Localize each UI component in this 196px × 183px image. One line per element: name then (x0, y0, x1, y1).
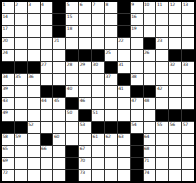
block-cell-r8c4 (41, 86, 53, 97)
clue-number-57: 57 (183, 122, 188, 127)
cell-r13c10[interactable] (118, 146, 130, 157)
block-cell-r3c10 (118, 26, 130, 37)
cell-r3c11[interactable]: 19 (131, 26, 143, 37)
cell-r3c6[interactable]: 18 (66, 26, 78, 37)
block-cell-r7c10 (118, 74, 130, 85)
block-cell-r15c11 (131, 170, 143, 181)
block-cell-r12c11 (131, 134, 143, 145)
cell-r1c1[interactable]: 1 (2, 2, 14, 13)
crossword-grid: 1234567891011121314151617181920212223242… (0, 0, 196, 183)
block-cell-r10c15 (182, 110, 194, 121)
cell-r10c12[interactable] (144, 110, 156, 121)
clue-number-14: 14 (3, 14, 8, 19)
clue-number-56: 56 (170, 122, 175, 127)
block-cell-r6c2 (15, 62, 27, 73)
cell-r8c15[interactable] (182, 86, 194, 97)
clue-number-40: 40 (67, 86, 72, 91)
clue-number-19: 19 (131, 26, 136, 31)
clue-number-29: 29 (80, 62, 85, 67)
cell-r5c12[interactable]: 26 (144, 50, 156, 61)
clue-number-60: 60 (54, 134, 59, 139)
cell-r14c15[interactable] (182, 158, 194, 169)
block-cell-r10c13 (156, 110, 168, 121)
block-cell-r11c1 (2, 122, 14, 133)
cell-r11c15[interactable]: 57 (182, 122, 194, 133)
cell-r8c2[interactable] (15, 86, 27, 97)
cell-r8c8[interactable] (92, 86, 104, 97)
block-cell-r13c6 (66, 146, 78, 157)
block-cell-r6c1 (2, 62, 14, 73)
cell-r2c8[interactable] (92, 14, 104, 25)
block-cell-r15c6 (66, 170, 78, 181)
cell-r15c10[interactable] (118, 170, 130, 181)
cell-r2c1[interactable]: 14 (2, 14, 14, 25)
block-cell-r11c2 (15, 122, 27, 133)
clue-number-45: 45 (54, 98, 59, 103)
cell-r9c14[interactable] (169, 98, 181, 109)
cell-r6c15[interactable]: 33 (182, 62, 194, 73)
cell-r10c6[interactable]: 50 (66, 110, 78, 121)
clue-number-37: 37 (105, 74, 110, 79)
cell-r13c5[interactable] (53, 146, 65, 157)
clue-number-55: 55 (157, 122, 162, 127)
cell-r7c8[interactable] (92, 74, 104, 85)
cell-r13c8[interactable] (92, 146, 104, 157)
cell-r4c13[interactable]: 23 (156, 38, 168, 49)
cell-r9c13[interactable] (156, 98, 168, 109)
cell-r1c11[interactable]: 9 (131, 2, 143, 13)
cell-r2c13[interactable] (156, 14, 168, 25)
cell-r12c5[interactable]: 60 (53, 134, 65, 145)
block-cell-r2c10 (118, 14, 130, 25)
clue-number-74: 74 (144, 170, 149, 175)
block-cell-r5c8 (92, 50, 104, 61)
block-cell-r8c5 (53, 86, 65, 97)
block-cell-r5c6 (66, 50, 78, 61)
cell-r10c4[interactable] (41, 110, 53, 121)
cell-r6c10[interactable]: 31 (118, 62, 130, 73)
clue-number-50: 50 (67, 110, 72, 115)
cell-r15c12[interactable]: 74 (144, 170, 156, 181)
cell-r15c2[interactable] (15, 170, 27, 181)
cell-r9c11[interactable]: 47 (131, 98, 143, 109)
cell-r1c8[interactable]: 7 (92, 2, 104, 13)
clue-number-65: 65 (3, 146, 8, 151)
clue-number-30: 30 (93, 62, 98, 67)
clue-number-36: 36 (28, 74, 33, 79)
cell-r3c14[interactable] (169, 26, 181, 37)
clue-number-18: 18 (67, 26, 72, 31)
cell-r12c7[interactable] (79, 134, 91, 145)
cell-r8c6[interactable]: 40 (66, 86, 78, 97)
clue-number-46: 46 (80, 98, 85, 103)
clue-number-47: 47 (131, 98, 136, 103)
clue-number-73: 73 (80, 170, 85, 175)
clue-number-11: 11 (157, 2, 162, 7)
cell-r3c2[interactable] (15, 26, 27, 37)
cell-r9c9[interactable] (105, 98, 117, 109)
cell-r14c7[interactable]: 70 (79, 158, 91, 169)
cell-r6c12[interactable] (144, 62, 156, 73)
block-cell-r5c15 (182, 50, 194, 61)
clue-number-26: 26 (144, 50, 149, 55)
cell-r1c9[interactable]: 8 (105, 2, 117, 13)
clue-number-48: 48 (144, 98, 149, 103)
cell-r12c2[interactable]: 59 (15, 134, 27, 145)
cell-r8c13[interactable]: 42 (156, 86, 168, 97)
cell-r1c12[interactable]: 10 (144, 2, 156, 13)
cell-r11c14[interactable]: 56 (169, 122, 181, 133)
cell-r12c13[interactable] (156, 134, 168, 145)
clue-number-38: 38 (131, 74, 136, 79)
cell-r12c3[interactable] (28, 134, 40, 145)
cell-r1c13[interactable]: 11 (156, 2, 168, 13)
cell-r4c14[interactable] (169, 38, 181, 49)
cell-r4c1[interactable]: 20 (2, 38, 14, 49)
clue-number-10: 10 (144, 2, 149, 7)
cell-r13c12[interactable]: 68 (144, 146, 156, 157)
cell-r8c14[interactable] (169, 86, 181, 97)
cell-r4c8[interactable] (92, 38, 104, 49)
cell-r7c14[interactable] (169, 74, 181, 85)
clue-number-9: 9 (131, 2, 134, 7)
cell-r11c5[interactable] (53, 122, 65, 133)
clue-number-49: 49 (3, 110, 8, 115)
cell-r14c9[interactable] (105, 158, 117, 169)
cell-r12c8[interactable]: 61 (92, 134, 104, 145)
cell-r5c2[interactable] (15, 50, 27, 61)
block-cell-r9c6 (66, 98, 78, 109)
cell-r7c5[interactable] (53, 74, 65, 85)
cell-r2c9[interactable] (105, 14, 117, 25)
clue-number-32: 32 (170, 62, 175, 67)
cell-r14c10[interactable] (118, 158, 130, 169)
clue-number-53: 53 (80, 122, 85, 127)
cell-r8c1[interactable]: 39 (2, 86, 14, 97)
cell-r15c8[interactable] (92, 170, 104, 181)
cell-r3c1[interactable]: 17 (2, 26, 14, 37)
cell-r6c4[interactable]: 27 (41, 62, 53, 73)
cell-r10c2[interactable] (15, 110, 27, 121)
cell-r6c7[interactable]: 29 (79, 62, 91, 73)
clue-number-66: 66 (41, 146, 46, 151)
block-cell-r11c10 (118, 122, 130, 133)
clue-number-20: 20 (3, 38, 8, 43)
cell-r2c3[interactable] (28, 14, 40, 25)
cell-r13c14[interactable] (169, 146, 181, 157)
cell-r9c7[interactable]: 46 (79, 98, 91, 109)
cell-r14c8[interactable] (92, 158, 104, 169)
clue-number-63: 63 (118, 134, 123, 139)
cell-r13c13[interactable] (156, 146, 168, 157)
cell-r9c15[interactable] (182, 98, 194, 109)
cell-r14c14[interactable] (169, 158, 181, 169)
cell-r13c9[interactable] (105, 146, 117, 157)
clue-number-62: 62 (105, 134, 110, 139)
block-cell-r3c5 (53, 26, 65, 37)
cell-r15c9[interactable] (105, 170, 117, 181)
cell-r5c11[interactable] (131, 50, 143, 61)
cell-r4c3[interactable] (28, 38, 40, 49)
cell-r6c8[interactable]: 30 (92, 62, 104, 73)
cell-r9c4[interactable]: 44 (41, 98, 53, 109)
cell-r14c13[interactable] (156, 158, 168, 169)
clue-number-69: 69 (3, 158, 8, 163)
cell-r9c1[interactable]: 43 (2, 98, 14, 109)
block-cell-r8c11 (131, 86, 143, 97)
cell-r9c10[interactable] (118, 98, 130, 109)
cell-r1c7[interactable]: 6 (79, 2, 91, 13)
cell-r12c10[interactable]: 63 (118, 134, 130, 145)
cell-r15c1[interactable]: 72 (2, 170, 14, 181)
cell-r8c10[interactable]: 41 (118, 86, 130, 97)
cell-r1c15[interactable]: 13 (182, 2, 194, 13)
block-cell-r1c5 (53, 2, 65, 13)
cell-r8c9[interactable] (105, 86, 117, 97)
clue-number-59: 59 (15, 134, 20, 139)
cell-r10c3[interactable] (28, 110, 40, 121)
clue-number-28: 28 (67, 62, 72, 67)
clue-number-24: 24 (3, 50, 8, 55)
cell-r2c14[interactable] (169, 14, 181, 25)
cell-r3c7[interactable] (79, 26, 91, 37)
cell-r11c4[interactable] (41, 122, 53, 133)
block-cell-r13c11 (131, 146, 143, 157)
cell-r2c4[interactable] (41, 14, 53, 25)
cell-r15c7[interactable]: 73 (79, 170, 91, 181)
cell-r6c13[interactable] (156, 62, 168, 73)
cell-r4c2[interactable] (15, 38, 27, 49)
block-cell-r11c9 (105, 122, 117, 133)
cell-r12c1[interactable]: 58 (2, 134, 14, 145)
clue-number-22: 22 (118, 38, 123, 43)
cell-r15c13[interactable] (156, 170, 168, 181)
cell-r11c12[interactable] (144, 122, 156, 133)
cell-r5c9[interactable]: 25 (105, 50, 117, 61)
cell-r11c7[interactable]: 53 (79, 122, 91, 133)
cell-r10c1[interactable]: 49 (2, 110, 14, 121)
cell-r2c12[interactable] (144, 14, 156, 25)
cell-r1c3[interactable]: 3 (28, 2, 40, 13)
cell-r4c15[interactable] (182, 38, 194, 49)
clue-number-41: 41 (118, 86, 123, 91)
cell-r3c3[interactable] (28, 26, 40, 37)
clue-number-27: 27 (41, 62, 46, 67)
cell-r12c14[interactable] (169, 134, 181, 145)
cell-r6c6[interactable]: 28 (66, 62, 78, 73)
block-cell-r11c8 (92, 122, 104, 133)
clue-number-12: 12 (170, 2, 175, 7)
cell-r15c15[interactable] (182, 170, 194, 181)
cell-r13c7[interactable]: 67 (79, 146, 91, 157)
clue-number-21: 21 (54, 38, 59, 43)
cell-r10c9[interactable] (105, 110, 117, 121)
clue-number-61: 61 (93, 134, 98, 139)
cell-r13c3[interactable] (28, 146, 40, 157)
clue-number-33: 33 (183, 62, 188, 67)
clue-number-25: 25 (105, 50, 110, 55)
clue-number-44: 44 (41, 98, 46, 103)
cell-r4c6[interactable] (66, 38, 78, 49)
cell-r7c7[interactable] (79, 74, 91, 85)
cell-r3c4[interactable] (41, 26, 53, 37)
clue-number-58: 58 (3, 134, 8, 139)
clue-number-35: 35 (15, 74, 20, 79)
cell-r11c13[interactable]: 55 (156, 122, 168, 133)
cell-r9c3[interactable] (28, 98, 40, 109)
cell-r15c3[interactable] (28, 170, 40, 181)
block-cell-r6c3 (28, 62, 40, 73)
cell-r9c12[interactable]: 48 (144, 98, 156, 109)
clue-number-4: 4 (41, 2, 44, 7)
clue-number-43: 43 (3, 98, 8, 103)
cell-r7c9[interactable]: 37 (105, 74, 117, 85)
clue-number-15: 15 (67, 14, 72, 19)
clue-number-72: 72 (3, 170, 8, 175)
cell-r6c14[interactable]: 32 (169, 62, 181, 73)
clue-number-54: 54 (131, 122, 136, 127)
clue-number-17: 17 (3, 26, 8, 31)
block-cell-r14c6 (66, 158, 78, 169)
block-cell-r10c14 (169, 110, 181, 121)
cell-r6c11[interactable] (131, 62, 143, 73)
cell-r1c14[interactable]: 12 (169, 2, 181, 13)
clue-number-2: 2 (15, 2, 18, 7)
cell-r5c1[interactable]: 24 (2, 50, 14, 61)
cell-r3c8[interactable] (92, 26, 104, 37)
cell-r10c11[interactable] (131, 110, 143, 121)
cell-r14c5[interactable] (53, 158, 65, 169)
cell-r4c11[interactable] (131, 38, 143, 49)
cell-r2c15[interactable] (182, 14, 194, 25)
block-cell-r8c12 (144, 86, 156, 97)
clue-number-7: 7 (93, 2, 96, 7)
cell-r5c4[interactable] (41, 50, 53, 61)
cell-r12c6[interactable] (66, 134, 78, 145)
block-cell-r5c7 (79, 50, 91, 61)
cell-r2c6[interactable]: 15 (66, 14, 78, 25)
block-cell-r6c9 (105, 62, 117, 73)
cell-r14c2[interactable] (15, 158, 27, 169)
cell-r11c3[interactable]: 52 (28, 122, 40, 133)
cell-r9c8[interactable] (92, 98, 104, 109)
cell-r8c7[interactable] (79, 86, 91, 97)
cell-r15c4[interactable] (41, 170, 53, 181)
cell-r3c12[interactable] (144, 26, 156, 37)
clue-number-3: 3 (28, 2, 31, 7)
cell-r7c11[interactable]: 38 (131, 74, 143, 85)
cell-r15c5[interactable] (53, 170, 65, 181)
cell-r13c15[interactable] (182, 146, 194, 157)
cell-r5c5[interactable] (53, 50, 65, 61)
cell-r14c4[interactable] (41, 158, 53, 169)
cell-r2c2[interactable] (15, 14, 27, 25)
clue-number-1: 1 (3, 2, 6, 7)
cell-r15c14[interactable] (169, 170, 181, 181)
cell-r9c2[interactable] (15, 98, 27, 109)
clue-number-23: 23 (157, 38, 162, 43)
clue-number-70: 70 (80, 158, 85, 163)
cell-r11c6[interactable] (66, 122, 78, 133)
cell-r5c13[interactable] (156, 50, 168, 61)
cell-r7c15[interactable] (182, 74, 194, 85)
cell-r13c4[interactable]: 66 (41, 146, 53, 157)
clue-number-5: 5 (67, 2, 70, 7)
cell-r10c10[interactable] (118, 110, 130, 121)
cell-r12c12[interactable]: 64 (144, 134, 156, 145)
clue-number-68: 68 (144, 146, 149, 151)
cell-r10c8[interactable]: 51 (92, 110, 104, 121)
cell-r4c10[interactable]: 22 (118, 38, 130, 49)
block-cell-r10c7 (79, 110, 91, 121)
cell-r7c2[interactable]: 35 (15, 74, 27, 85)
cell-r2c11[interactable]: 16 (131, 14, 143, 25)
cell-r13c1[interactable]: 65 (2, 146, 14, 157)
cell-r5c10[interactable] (118, 50, 130, 61)
block-cell-r4c12 (144, 38, 156, 49)
block-cell-r5c14 (169, 50, 181, 61)
cell-r3c15[interactable] (182, 26, 194, 37)
cell-r7c4[interactable] (41, 74, 53, 85)
cell-r7c3[interactable]: 36 (28, 74, 40, 85)
cell-r8c3[interactable] (28, 86, 40, 97)
block-cell-r1c10 (118, 2, 130, 13)
clue-number-71: 71 (144, 158, 149, 163)
clue-number-67: 67 (80, 146, 85, 151)
clue-number-8: 8 (105, 2, 108, 7)
cell-r2c7[interactable] (79, 14, 91, 25)
clue-number-6: 6 (80, 2, 83, 7)
clue-number-39: 39 (3, 86, 8, 91)
cell-r3c9[interactable] (105, 26, 117, 37)
clue-number-52: 52 (28, 122, 33, 127)
cell-r1c2[interactable]: 2 (15, 2, 27, 13)
cell-r6c5[interactable] (53, 62, 65, 73)
cell-r11c11[interactable]: 54 (131, 122, 143, 133)
clue-number-13: 13 (183, 2, 188, 7)
block-cell-r2c5 (53, 14, 65, 25)
clue-number-42: 42 (157, 86, 162, 91)
cell-r14c3[interactable] (28, 158, 40, 169)
clue-number-16: 16 (131, 14, 136, 19)
cell-r3c13[interactable] (156, 26, 168, 37)
cell-r4c5[interactable]: 21 (53, 38, 65, 49)
cell-r1c6[interactable]: 5 (66, 2, 78, 13)
cell-r14c1[interactable]: 69 (2, 158, 14, 169)
cell-r4c7[interactable] (79, 38, 91, 49)
cell-r7c13[interactable] (156, 74, 168, 85)
cell-r9c5[interactable]: 45 (53, 98, 65, 109)
clue-number-34: 34 (3, 74, 8, 79)
cell-r14c12[interactable]: 71 (144, 158, 156, 169)
cell-r4c9[interactable] (105, 38, 117, 49)
cell-r5c3[interactable] (28, 50, 40, 61)
cell-r10c5[interactable] (53, 110, 65, 121)
cell-r12c9[interactable]: 62 (105, 134, 117, 145)
cell-r13c2[interactable] (15, 146, 27, 157)
clue-number-51: 51 (93, 110, 98, 115)
block-cell-r12c4 (41, 134, 53, 145)
clue-number-64: 64 (144, 134, 149, 139)
cell-r7c6[interactable] (66, 74, 78, 85)
cell-r7c1[interactable]: 34 (2, 74, 14, 85)
cell-r7c12[interactable] (144, 74, 156, 85)
clue-number-31: 31 (118, 62, 123, 67)
cell-r12c15[interactable] (182, 134, 194, 145)
cell-r4c4[interactable] (41, 38, 53, 49)
block-cell-r14c11 (131, 158, 143, 169)
cell-r1c4[interactable]: 4 (41, 2, 53, 13)
